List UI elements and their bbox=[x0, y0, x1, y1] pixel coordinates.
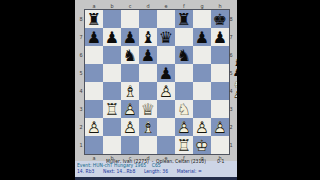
square-d3: ♛♕ bbox=[139, 100, 157, 118]
square-c8 bbox=[121, 10, 139, 28]
white-bishop: ♝♗ bbox=[139, 118, 157, 136]
file-label-top-e: e bbox=[161, 3, 171, 9]
square-a8: ♜ bbox=[85, 10, 103, 28]
rank-label-left-7: 7 bbox=[78, 32, 84, 42]
file-label-top-d: d bbox=[143, 3, 153, 9]
square-a4 bbox=[85, 82, 103, 100]
file-label-top-a: a bbox=[89, 3, 99, 9]
square-b3: ♜♖ bbox=[103, 100, 121, 118]
square-b1 bbox=[103, 136, 121, 154]
square-g8 bbox=[193, 10, 211, 28]
black-pawn: ♟ bbox=[193, 28, 211, 46]
rank-label-right-2: 2 bbox=[228, 122, 234, 132]
piece-outline: ♙ bbox=[85, 118, 103, 136]
black-pawn: ♟ bbox=[85, 28, 103, 46]
black-pawn: ♟ bbox=[121, 28, 139, 46]
black-bishop: ♝ bbox=[139, 28, 157, 46]
square-a1 bbox=[85, 136, 103, 154]
square-c4: ♝♗ bbox=[121, 82, 139, 100]
square-h4 bbox=[211, 82, 229, 100]
letterbox-right bbox=[237, 0, 320, 180]
square-e7: ♛ bbox=[157, 28, 175, 46]
square-a6 bbox=[85, 46, 103, 64]
piece-outline: ♕ bbox=[139, 100, 157, 118]
white-king: ♚♔ bbox=[193, 136, 211, 154]
file-label-top-h: h bbox=[215, 3, 225, 9]
square-f4 bbox=[175, 82, 193, 100]
rank-label-right-7: 7 bbox=[228, 32, 234, 42]
white-pawn: ♟♙ bbox=[157, 82, 175, 100]
square-b2 bbox=[103, 118, 121, 136]
piece-outline: ♙ bbox=[157, 82, 175, 100]
square-c1 bbox=[121, 136, 139, 154]
rank-label-right-3: 3 bbox=[228, 104, 234, 114]
video-frame: { "game": "chess", "position": { "fen": … bbox=[0, 0, 320, 180]
piece-outline: ♖ bbox=[103, 100, 121, 118]
white-pawn: ♟♙ bbox=[193, 118, 211, 136]
black-rook: ♜ bbox=[85, 10, 103, 28]
piece-outline: ♖ bbox=[175, 136, 193, 154]
square-f3: ♞♘ bbox=[175, 100, 193, 118]
square-e6 bbox=[157, 46, 175, 64]
square-a5 bbox=[85, 64, 103, 82]
event-line: Event: HUN-chT Hungary 1965 C65 bbox=[77, 163, 161, 168]
square-g3 bbox=[193, 100, 211, 118]
rank-label-left-8: 8 bbox=[78, 14, 84, 24]
piece-outline: ♙ bbox=[175, 118, 193, 136]
white-bishop: ♝♗ bbox=[121, 82, 139, 100]
white-pawn: ♟♙ bbox=[175, 118, 193, 136]
white-pawn: ♟♙ bbox=[211, 118, 229, 136]
black-pawn: ♟ bbox=[103, 28, 121, 46]
square-f7 bbox=[175, 28, 193, 46]
rank-label-left-2: 2 bbox=[78, 122, 84, 132]
file-label-top-b: b bbox=[107, 3, 117, 9]
piece-outline: ♗ bbox=[139, 118, 157, 136]
square-b6 bbox=[103, 46, 121, 64]
square-e4: ♟♙ bbox=[157, 82, 175, 100]
piece-outline: ♙ bbox=[211, 118, 229, 136]
piece-outline: ♙ bbox=[121, 118, 139, 136]
square-h7: ♟ bbox=[211, 28, 229, 46]
square-e1 bbox=[157, 136, 175, 154]
white-pawn: ♟♙ bbox=[85, 118, 103, 136]
piece-outline: ♙ bbox=[193, 118, 211, 136]
square-d4 bbox=[139, 82, 157, 100]
square-d7: ♝ bbox=[139, 28, 157, 46]
square-g7: ♟ bbox=[193, 28, 211, 46]
square-c5 bbox=[121, 64, 139, 82]
piece-outline: ♗ bbox=[121, 82, 139, 100]
square-a2: ♟♙ bbox=[85, 118, 103, 136]
black-rook: ♜ bbox=[175, 10, 193, 28]
black-pawn: ♟ bbox=[211, 28, 229, 46]
square-c7: ♟ bbox=[121, 28, 139, 46]
black-pawn: ♟ bbox=[139, 46, 157, 64]
rank-label-left-3: 3 bbox=[78, 104, 84, 114]
file-label-top-c: c bbox=[125, 3, 135, 9]
rank-label-left-4: 4 bbox=[78, 86, 84, 96]
square-c6: ♞ bbox=[121, 46, 139, 64]
white-knight: ♞♘ bbox=[175, 100, 193, 118]
rank-label-left-6: 6 bbox=[78, 50, 84, 60]
square-d8 bbox=[139, 10, 157, 28]
square-f8: ♜ bbox=[175, 10, 193, 28]
square-b4 bbox=[103, 82, 121, 100]
square-c3: ♟♙ bbox=[121, 100, 139, 118]
footer-bar bbox=[75, 177, 237, 180]
square-d6: ♟ bbox=[139, 46, 157, 64]
square-h3 bbox=[211, 100, 229, 118]
move-status-line: 14. Rb3 Next: 14...Rb8 Length: 36 Materi… bbox=[77, 169, 202, 174]
square-h8: ♚ bbox=[211, 10, 229, 28]
square-h2: ♟♙ bbox=[211, 118, 229, 136]
black-queen: ♛ bbox=[157, 28, 175, 46]
square-a3 bbox=[85, 100, 103, 118]
square-b7: ♟ bbox=[103, 28, 121, 46]
content-area: ♜♜♚♟♟♟♝♛♟♟♞♟♞♟♝♗♟♙♜♖♟♙♛♕♞♘♟♙♟♙♝♗♟♙♟♙♟♙♜♖… bbox=[75, 0, 237, 180]
square-d5 bbox=[139, 64, 157, 82]
square-e8 bbox=[157, 10, 175, 28]
rank-label-left-1: 1 bbox=[78, 140, 84, 150]
square-d2: ♝♗ bbox=[139, 118, 157, 136]
square-h6 bbox=[211, 46, 229, 64]
square-a7: ♟ bbox=[85, 28, 103, 46]
square-g5 bbox=[193, 64, 211, 82]
black-pawn: ♟ bbox=[157, 64, 175, 82]
square-e2 bbox=[157, 118, 175, 136]
square-b5 bbox=[103, 64, 121, 82]
file-label-top-g: g bbox=[197, 3, 207, 9]
square-f2: ♟♙ bbox=[175, 118, 193, 136]
white-pawn: ♟♙ bbox=[121, 100, 139, 118]
square-e3 bbox=[157, 100, 175, 118]
white-rook: ♜♖ bbox=[103, 100, 121, 118]
square-g1: ♚♔ bbox=[193, 136, 211, 154]
square-b8 bbox=[103, 10, 121, 28]
white-pawn: ♟♙ bbox=[121, 118, 139, 136]
square-f6: ♞ bbox=[175, 46, 193, 64]
rank-label-right-1: 1 bbox=[228, 140, 234, 150]
white-queen: ♛♕ bbox=[139, 100, 157, 118]
square-h5 bbox=[211, 64, 229, 82]
black-knight: ♞ bbox=[121, 46, 139, 64]
rank-label-left-5: 5 bbox=[78, 68, 84, 78]
square-d1 bbox=[139, 136, 157, 154]
square-c2: ♟♙ bbox=[121, 118, 139, 136]
square-f5 bbox=[175, 64, 193, 82]
board: ♜♜♚♟♟♟♝♛♟♟♞♟♞♟♝♗♟♙♜♖♟♙♛♕♞♘♟♙♟♙♝♗♟♙♟♙♟♙♜♖… bbox=[85, 10, 229, 154]
piece-outline: ♙ bbox=[121, 100, 139, 118]
square-e5: ♟ bbox=[157, 64, 175, 82]
game-result: 0-1 bbox=[217, 159, 224, 164]
black-knight: ♞ bbox=[175, 46, 193, 64]
white-rook: ♜♖ bbox=[175, 136, 193, 154]
square-g4 bbox=[193, 82, 211, 100]
piece-outline: ♔ bbox=[193, 136, 211, 154]
rank-label-right-8: 8 bbox=[228, 14, 234, 24]
file-label-top-f: f bbox=[179, 3, 189, 9]
square-h1 bbox=[211, 136, 229, 154]
letterbox-left bbox=[0, 0, 75, 180]
square-g2: ♟♙ bbox=[193, 118, 211, 136]
black-king: ♚ bbox=[211, 10, 229, 28]
piece-outline: ♘ bbox=[175, 100, 193, 118]
square-f1: ♜♖ bbox=[175, 136, 193, 154]
square-g6 bbox=[193, 46, 211, 64]
